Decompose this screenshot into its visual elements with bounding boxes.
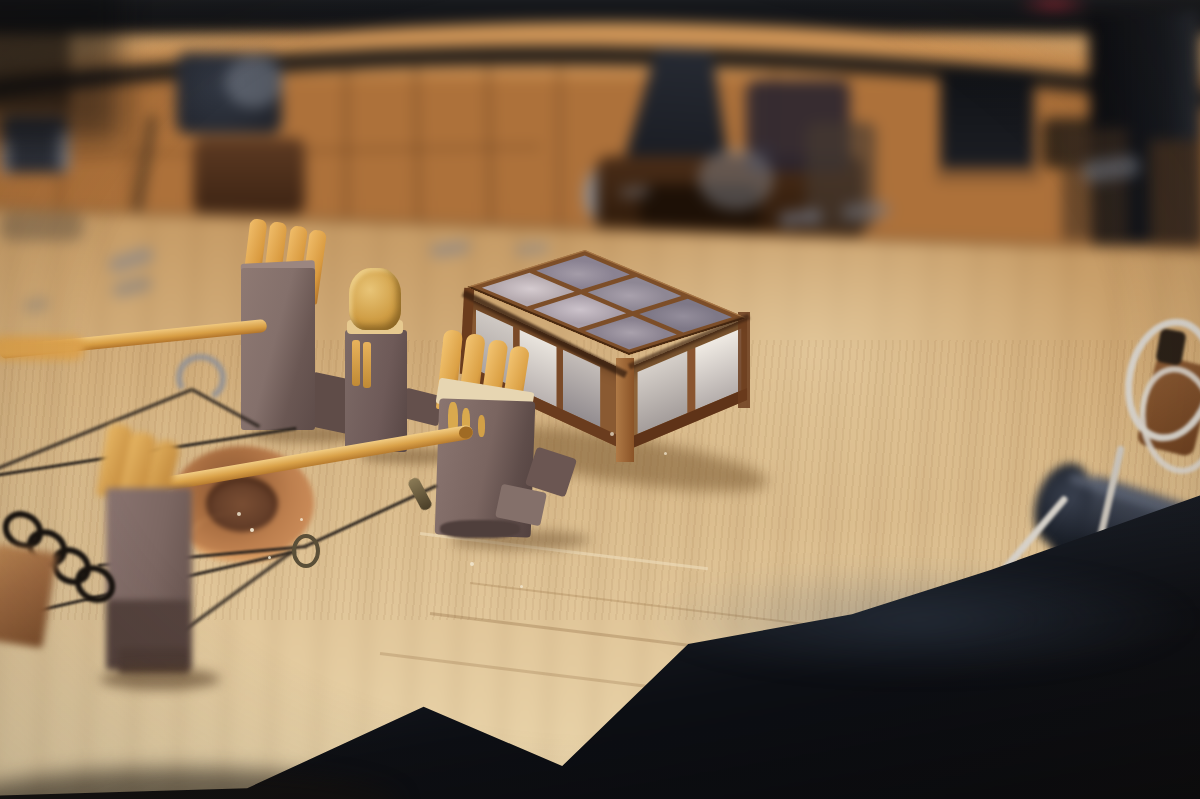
- tackle-smudge: [698, 148, 774, 210]
- bitt-post: [241, 268, 315, 430]
- plank-seam: [345, 70, 348, 220]
- gunport-sill: [936, 168, 1040, 182]
- dust-speck: [520, 585, 523, 588]
- pin-stub: [352, 340, 360, 386]
- dust-speck: [470, 562, 474, 566]
- right-brown-column: [1062, 128, 1128, 240]
- brass-eyelet: [292, 534, 320, 568]
- bitt-base: [440, 520, 520, 538]
- dust-speck: [610, 432, 614, 436]
- deck-fitting: [620, 185, 651, 199]
- pin-stub: [363, 342, 371, 388]
- foreground-post-shadow: [100, 668, 220, 690]
- skylight-side-mullion: [688, 348, 696, 415]
- dust-speck: [237, 512, 241, 516]
- gunport-hinge-glint: [0, 140, 10, 174]
- golden-knob: [349, 268, 401, 330]
- skylight-corner-post: [738, 312, 750, 408]
- dust-speck: [300, 518, 303, 521]
- spar-rod-blur-end: [0, 336, 85, 360]
- gunport-open: [940, 70, 1034, 174]
- model-ship-deck-photo: Macro photograph of a wooden tall-ship s…: [0, 0, 1200, 799]
- dust-speck: [250, 528, 254, 532]
- right-edge-brown: [1150, 140, 1200, 262]
- cannon-left-glint: [225, 56, 283, 108]
- dust-speck: [268, 556, 271, 559]
- hull-edge-glow: [640, 560, 1200, 680]
- top-left-vignette: [0, 0, 120, 140]
- deck-smudge-corner: [0, 213, 84, 241]
- dust-speck: [664, 452, 667, 455]
- cannon-left-carriage: [193, 138, 305, 214]
- plank-seam: [558, 60, 561, 232]
- gold-drip: [478, 415, 485, 437]
- skylight-side-mullion: [557, 347, 563, 412]
